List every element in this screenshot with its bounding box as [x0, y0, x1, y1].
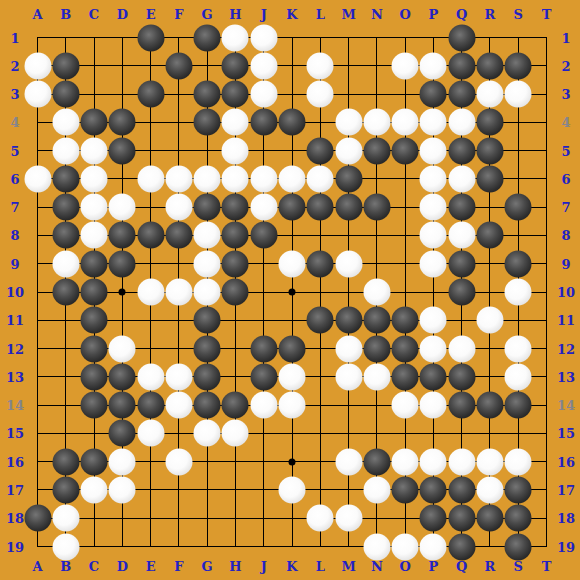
white-stone-H5[interactable] — [222, 137, 249, 164]
column-label-bottom: M — [341, 560, 355, 573]
white-stone-P5[interactable] — [420, 137, 447, 164]
row-label-left: 10 — [6, 286, 24, 299]
row-label-left: 3 — [10, 88, 19, 101]
white-stone-N17[interactable] — [363, 476, 390, 503]
black-stone-B7[interactable] — [52, 194, 79, 221]
white-stone-P6[interactable] — [420, 165, 447, 192]
row-label-left: 9 — [10, 257, 19, 270]
black-stone-J13[interactable] — [250, 363, 277, 390]
row-label-right: 19 — [557, 540, 575, 553]
white-stone-S13[interactable] — [505, 363, 532, 390]
row-label-left: 16 — [6, 455, 24, 468]
white-stone-K17[interactable] — [279, 476, 306, 503]
black-stone-G3[interactable] — [194, 81, 221, 108]
black-stone-C13[interactable] — [81, 363, 108, 390]
black-stone-C10[interactable] — [81, 279, 108, 306]
row-label-right: 5 — [561, 144, 570, 157]
white-stone-L6[interactable] — [307, 165, 334, 192]
row-label-left: 18 — [6, 512, 24, 525]
white-stone-H15[interactable] — [222, 420, 249, 447]
column-label-bottom: S — [514, 560, 523, 573]
row-label-right: 16 — [557, 455, 575, 468]
star-point — [289, 458, 296, 465]
white-stone-B9[interactable] — [52, 250, 79, 277]
row-label-right: 6 — [561, 172, 570, 185]
black-stone-P18[interactable] — [420, 505, 447, 532]
black-stone-Q18[interactable] — [448, 505, 475, 532]
column-label-top: O — [399, 8, 410, 21]
white-stone-J2[interactable] — [250, 52, 277, 79]
white-stone-M12[interactable] — [335, 335, 362, 362]
black-stone-P13[interactable] — [420, 363, 447, 390]
star-point — [289, 289, 296, 296]
black-stone-R8[interactable] — [476, 222, 503, 249]
black-stone-Q1[interactable] — [448, 24, 475, 51]
black-stone-Q13[interactable] — [448, 363, 475, 390]
black-stone-G11[interactable] — [194, 307, 221, 334]
row-label-right: 4 — [561, 116, 570, 129]
column-label-top: A — [32, 8, 42, 21]
column-label-bottom: H — [229, 560, 241, 573]
column-label-bottom: N — [371, 560, 383, 573]
column-label-bottom: C — [89, 560, 99, 573]
white-stone-G10[interactable] — [194, 279, 221, 306]
black-stone-R6[interactable] — [476, 165, 503, 192]
black-stone-D15[interactable] — [109, 420, 136, 447]
white-stone-S3[interactable] — [505, 81, 532, 108]
row-label-left: 5 — [10, 144, 19, 157]
black-stone-H14[interactable] — [222, 392, 249, 419]
black-stone-D5[interactable] — [109, 137, 136, 164]
black-stone-K12[interactable] — [279, 335, 306, 362]
row-label-left: 6 — [10, 172, 19, 185]
white-stone-P14[interactable] — [420, 392, 447, 419]
row-label-right: 10 — [557, 286, 575, 299]
column-label-bottom: O — [399, 560, 410, 573]
black-stone-C11[interactable] — [81, 307, 108, 334]
row-label-left: 14 — [6, 399, 24, 412]
white-stone-N4[interactable] — [363, 109, 390, 136]
black-stone-Q19[interactable] — [448, 533, 475, 560]
black-stone-C12[interactable] — [81, 335, 108, 362]
black-stone-S17[interactable] — [505, 476, 532, 503]
column-label-bottom: L — [316, 560, 325, 573]
white-stone-N19[interactable] — [363, 533, 390, 560]
black-stone-Q9[interactable] — [448, 250, 475, 277]
black-stone-A18[interactable] — [24, 505, 51, 532]
column-label-bottom: P — [429, 560, 439, 573]
white-stone-F7[interactable] — [165, 194, 192, 221]
black-stone-L9[interactable] — [307, 250, 334, 277]
row-label-right: 3 — [561, 88, 570, 101]
black-stone-N7[interactable] — [363, 194, 390, 221]
black-stone-O12[interactable] — [392, 335, 419, 362]
black-stone-R18[interactable] — [476, 505, 503, 532]
black-stone-E3[interactable] — [137, 81, 164, 108]
white-stone-K14[interactable] — [279, 392, 306, 419]
row-label-right: 13 — [557, 370, 575, 383]
row-label-right: 7 — [561, 201, 570, 214]
black-stone-H7[interactable] — [222, 194, 249, 221]
row-label-right: 8 — [561, 229, 570, 242]
grid-line-vertical — [320, 37, 321, 547]
white-stone-B19[interactable] — [52, 533, 79, 560]
black-stone-S14[interactable] — [505, 392, 532, 419]
white-stone-L3[interactable] — [307, 81, 334, 108]
white-stone-D7[interactable] — [109, 194, 136, 221]
white-stone-J7[interactable] — [250, 194, 277, 221]
black-stone-B10[interactable] — [52, 279, 79, 306]
white-stone-N13[interactable] — [363, 363, 390, 390]
black-stone-O13[interactable] — [392, 363, 419, 390]
black-stone-B2[interactable] — [52, 52, 79, 79]
white-stone-C5[interactable] — [81, 137, 108, 164]
black-stone-J8[interactable] — [250, 222, 277, 249]
column-label-top: L — [316, 8, 325, 21]
white-stone-J3[interactable] — [250, 81, 277, 108]
white-stone-E6[interactable] — [137, 165, 164, 192]
black-stone-G7[interactable] — [194, 194, 221, 221]
row-label-left: 1 — [10, 31, 19, 44]
white-stone-H1[interactable] — [222, 24, 249, 51]
black-stone-H9[interactable] — [222, 250, 249, 277]
white-stone-K13[interactable] — [279, 363, 306, 390]
black-stone-D14[interactable] — [109, 392, 136, 419]
column-label-bottom: G — [202, 560, 213, 573]
black-stone-L7[interactable] — [307, 194, 334, 221]
white-stone-G8[interactable] — [194, 222, 221, 249]
white-stone-D16[interactable] — [109, 448, 136, 475]
black-stone-E1[interactable] — [137, 24, 164, 51]
row-label-right: 2 — [561, 59, 570, 72]
white-stone-D17[interactable] — [109, 476, 136, 503]
white-stone-G6[interactable] — [194, 165, 221, 192]
column-label-top: Q — [456, 8, 467, 21]
black-stone-B3[interactable] — [52, 81, 79, 108]
column-label-bottom: K — [286, 560, 297, 573]
black-stone-D4[interactable] — [109, 109, 136, 136]
white-stone-F16[interactable] — [165, 448, 192, 475]
white-stone-Q4[interactable] — [448, 109, 475, 136]
black-stone-S18[interactable] — [505, 505, 532, 532]
white-stone-M18[interactable] — [335, 505, 362, 532]
black-stone-G14[interactable] — [194, 392, 221, 419]
black-stone-J4[interactable] — [250, 109, 277, 136]
white-stone-R16[interactable] — [476, 448, 503, 475]
black-stone-D8[interactable] — [109, 222, 136, 249]
row-label-right: 12 — [557, 342, 575, 355]
white-stone-M5[interactable] — [335, 137, 362, 164]
black-stone-C4[interactable] — [81, 109, 108, 136]
white-stone-E13[interactable] — [137, 363, 164, 390]
white-stone-C7[interactable] — [81, 194, 108, 221]
white-stone-M4[interactable] — [335, 109, 362, 136]
row-label-left: 8 — [10, 229, 19, 242]
column-label-top: M — [341, 8, 355, 21]
white-stone-P9[interactable] — [420, 250, 447, 277]
grid-line-vertical — [546, 37, 547, 547]
column-label-bottom: F — [174, 560, 183, 573]
white-stone-G9[interactable] — [194, 250, 221, 277]
white-stone-M9[interactable] — [335, 250, 362, 277]
row-label-left: 15 — [6, 427, 24, 440]
column-label-top: N — [371, 8, 383, 21]
black-stone-H8[interactable] — [222, 222, 249, 249]
black-stone-H10[interactable] — [222, 279, 249, 306]
white-stone-Q6[interactable] — [448, 165, 475, 192]
white-stone-A6[interactable] — [24, 165, 51, 192]
column-label-bottom: D — [117, 560, 128, 573]
black-stone-B6[interactable] — [52, 165, 79, 192]
row-label-left: 7 — [10, 201, 19, 214]
white-stone-H4[interactable] — [222, 109, 249, 136]
black-stone-G4[interactable] — [194, 109, 221, 136]
white-stone-P7[interactable] — [420, 194, 447, 221]
black-stone-P3[interactable] — [420, 81, 447, 108]
column-label-top: F — [174, 8, 183, 21]
black-stone-B8[interactable] — [52, 222, 79, 249]
row-label-left: 13 — [6, 370, 24, 383]
black-stone-C14[interactable] — [81, 392, 108, 419]
black-stone-Q17[interactable] — [448, 476, 475, 503]
black-stone-N11[interactable] — [363, 307, 390, 334]
black-stone-R5[interactable] — [476, 137, 503, 164]
black-stone-K4[interactable] — [279, 109, 306, 136]
row-label-left: 2 — [10, 59, 19, 72]
black-stone-M11[interactable] — [335, 307, 362, 334]
black-stone-S2[interactable] — [505, 52, 532, 79]
black-stone-K7[interactable] — [279, 194, 306, 221]
black-stone-N5[interactable] — [363, 137, 390, 164]
go-board: AABBCCDDEEFFGGHHJJKKLLMMNNOOPPQQRRSSTT11… — [0, 0, 580, 580]
black-stone-D13[interactable] — [109, 363, 136, 390]
white-stone-G15[interactable] — [194, 420, 221, 447]
white-stone-L2[interactable] — [307, 52, 334, 79]
white-stone-C17[interactable] — [81, 476, 108, 503]
black-stone-O17[interactable] — [392, 476, 419, 503]
white-stone-C8[interactable] — [81, 222, 108, 249]
white-stone-C6[interactable] — [81, 165, 108, 192]
white-stone-O16[interactable] — [392, 448, 419, 475]
black-stone-D9[interactable] — [109, 250, 136, 277]
white-stone-P12[interactable] — [420, 335, 447, 362]
white-stone-S12[interactable] — [505, 335, 532, 362]
column-label-top: R — [485, 8, 496, 21]
white-stone-S10[interactable] — [505, 279, 532, 306]
row-label-right: 17 — [557, 483, 575, 496]
white-stone-F10[interactable] — [165, 279, 192, 306]
white-stone-Q8[interactable] — [448, 222, 475, 249]
white-stone-F6[interactable] — [165, 165, 192, 192]
row-label-right: 9 — [561, 257, 570, 270]
black-stone-N16[interactable] — [363, 448, 390, 475]
white-stone-P16[interactable] — [420, 448, 447, 475]
row-label-left: 4 — [10, 116, 19, 129]
column-label-top: P — [429, 8, 439, 21]
black-stone-C16[interactable] — [81, 448, 108, 475]
white-stone-P8[interactable] — [420, 222, 447, 249]
row-label-right: 18 — [557, 512, 575, 525]
black-stone-H2[interactable] — [222, 52, 249, 79]
white-stone-J14[interactable] — [250, 392, 277, 419]
white-stone-P19[interactable] — [420, 533, 447, 560]
grid-line-horizontal — [37, 320, 547, 321]
white-stone-P2[interactable] — [420, 52, 447, 79]
black-stone-Q10[interactable] — [448, 279, 475, 306]
white-stone-K6[interactable] — [279, 165, 306, 192]
white-stone-R3[interactable] — [476, 81, 503, 108]
white-stone-M13[interactable] — [335, 363, 362, 390]
white-stone-H6[interactable] — [222, 165, 249, 192]
row-label-left: 11 — [6, 314, 24, 327]
column-label-top: T — [542, 8, 552, 21]
column-label-top: H — [229, 8, 241, 21]
white-stone-Q16[interactable] — [448, 448, 475, 475]
black-stone-L11[interactable] — [307, 307, 334, 334]
white-stone-E15[interactable] — [137, 420, 164, 447]
row-label-right: 14 — [557, 399, 575, 412]
white-stone-P11[interactable] — [420, 307, 447, 334]
black-stone-S19[interactable] — [505, 533, 532, 560]
column-label-bottom: B — [60, 560, 71, 573]
column-label-top: G — [202, 8, 213, 21]
black-stone-Q7[interactable] — [448, 194, 475, 221]
column-label-top: S — [514, 8, 523, 21]
star-point — [119, 289, 126, 296]
black-stone-G13[interactable] — [194, 363, 221, 390]
black-stone-G1[interactable] — [194, 24, 221, 51]
white-stone-B4[interactable] — [52, 109, 79, 136]
column-label-bottom: E — [146, 560, 156, 573]
black-stone-S7[interactable] — [505, 194, 532, 221]
black-stone-J12[interactable] — [250, 335, 277, 362]
white-stone-P4[interactable] — [420, 109, 447, 136]
black-stone-N12[interactable] — [363, 335, 390, 362]
white-stone-L18[interactable] — [307, 505, 334, 532]
black-stone-B17[interactable] — [52, 476, 79, 503]
white-stone-O2[interactable] — [392, 52, 419, 79]
white-stone-E10[interactable] — [137, 279, 164, 306]
black-stone-L5[interactable] — [307, 137, 334, 164]
black-stone-R2[interactable] — [476, 52, 503, 79]
white-stone-J6[interactable] — [250, 165, 277, 192]
column-label-bottom: A — [32, 560, 42, 573]
white-stone-N10[interactable] — [363, 279, 390, 306]
white-stone-F13[interactable] — [165, 363, 192, 390]
black-stone-Q5[interactable] — [448, 137, 475, 164]
white-stone-S16[interactable] — [505, 448, 532, 475]
white-stone-A2[interactable] — [24, 52, 51, 79]
column-label-top: K — [286, 8, 297, 21]
row-label-right: 11 — [557, 314, 575, 327]
column-label-bottom: R — [485, 560, 496, 573]
black-stone-Q2[interactable] — [448, 52, 475, 79]
black-stone-O11[interactable] — [392, 307, 419, 334]
column-label-bottom: Q — [456, 560, 467, 573]
black-stone-E14[interactable] — [137, 392, 164, 419]
column-label-top: B — [60, 8, 71, 21]
white-stone-R17[interactable] — [476, 476, 503, 503]
row-label-right: 1 — [561, 31, 570, 44]
column-label-top: D — [117, 8, 128, 21]
black-stone-P17[interactable] — [420, 476, 447, 503]
row-label-left: 12 — [6, 342, 24, 355]
black-stone-F8[interactable] — [165, 222, 192, 249]
black-stone-E8[interactable] — [137, 222, 164, 249]
column-label-bottom: J — [261, 560, 267, 573]
black-stone-M6[interactable] — [335, 165, 362, 192]
white-stone-D12[interactable] — [109, 335, 136, 362]
black-stone-G12[interactable] — [194, 335, 221, 362]
black-stone-Q3[interactable] — [448, 81, 475, 108]
row-label-left: 17 — [6, 483, 24, 496]
white-stone-F14[interactable] — [165, 392, 192, 419]
black-stone-O5[interactable] — [392, 137, 419, 164]
white-stone-O4[interactable] — [392, 109, 419, 136]
white-stone-A3[interactable] — [24, 81, 51, 108]
black-stone-C9[interactable] — [81, 250, 108, 277]
black-stone-R4[interactable] — [476, 109, 503, 136]
black-stone-R14[interactable] — [476, 392, 503, 419]
white-stone-B18[interactable] — [52, 505, 79, 532]
black-stone-H3[interactable] — [222, 81, 249, 108]
white-stone-O19[interactable] — [392, 533, 419, 560]
row-label-right: 15 — [557, 427, 575, 440]
black-stone-F2[interactable] — [165, 52, 192, 79]
row-label-left: 19 — [6, 540, 24, 553]
column-label-top: E — [146, 8, 156, 21]
black-stone-S9[interactable] — [505, 250, 532, 277]
white-stone-B5[interactable] — [52, 137, 79, 164]
white-stone-O14[interactable] — [392, 392, 419, 419]
column-label-top: J — [261, 8, 267, 21]
black-stone-M7[interactable] — [335, 194, 362, 221]
column-label-bottom: T — [542, 560, 552, 573]
white-stone-R11[interactable] — [476, 307, 503, 334]
column-label-top: C — [89, 8, 99, 21]
black-stone-Q14[interactable] — [448, 392, 475, 419]
white-stone-K9[interactable] — [279, 250, 306, 277]
white-stone-J1[interactable] — [250, 24, 277, 51]
white-stone-M16[interactable] — [335, 448, 362, 475]
black-stone-B16[interactable] — [52, 448, 79, 475]
white-stone-Q12[interactable] — [448, 335, 475, 362]
